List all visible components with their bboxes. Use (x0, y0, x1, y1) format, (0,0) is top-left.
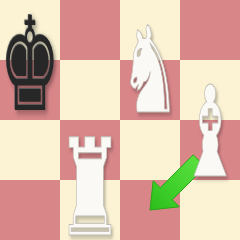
black-king[interactable]: ♚ (0, 0, 60, 130)
square-r0c1[interactable] (60, 0, 120, 60)
square-r3c0[interactable] (0, 180, 60, 240)
square-r3c2[interactable] (120, 180, 180, 240)
white-knight[interactable]: ♞ (119, 11, 180, 131)
chess-board: ♚♞♝♜ (0, 0, 240, 240)
white-bishop[interactable]: ♝ (179, 70, 240, 196)
square-r0c3[interactable] (180, 0, 240, 60)
white-rook[interactable]: ♜ (57, 121, 124, 240)
